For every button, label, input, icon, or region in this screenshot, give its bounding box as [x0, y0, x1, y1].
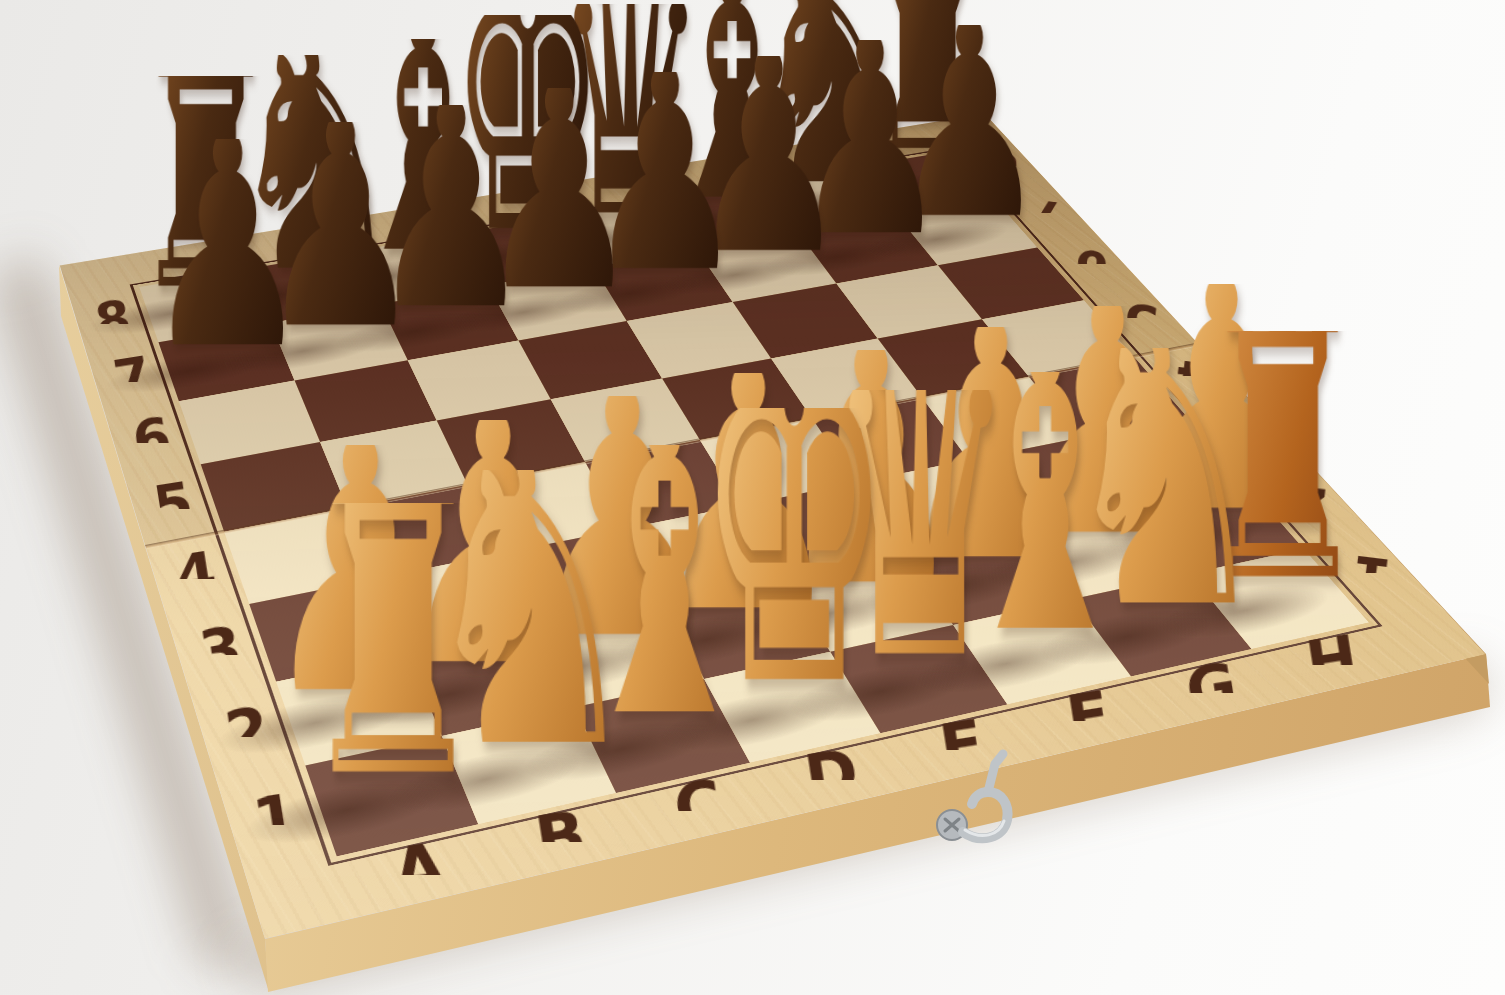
photo-scene: 88A77B66C55D44E33F22G11H ♜♞♝♚♛♝♞♜♟♟♟♟♟♟♟…	[0, 0, 1505, 995]
chess-board: 88A77B66C55D44E33F22G11H ♜♞♝♚♛♝♞♜♟♟♟♟♟♟♟…	[60, 114, 1486, 939]
clasp-hook-icon	[925, 742, 1035, 867]
scene-3d: 88A77B66C55D44E33F22G11H ♜♞♝♚♛♝♞♜♟♟♟♟♟♟♟…	[0, 0, 1505, 995]
piece-glyph-rook: ♜	[297, 424, 489, 835]
